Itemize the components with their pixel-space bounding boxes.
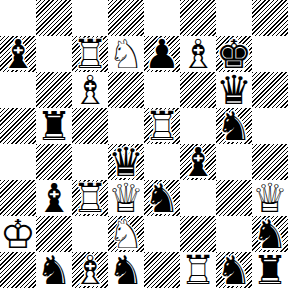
square-e5[interactable]: ♜︎♖︎ (144, 108, 180, 144)
square-e2[interactable] (144, 216, 180, 252)
piece-white-rook: ♖︎ (72, 36, 108, 72)
square-g4[interactable] (216, 144, 252, 180)
square-e3[interactable]: ♞︎♞︎ (144, 180, 180, 216)
square-a5[interactable] (0, 108, 36, 144)
square-b3[interactable]: ♝︎♝︎ (36, 180, 72, 216)
piece-halo: ♞︎ (108, 36, 144, 72)
square-g7[interactable]: ♚︎♚︎ (216, 36, 252, 72)
piece-halo: ♞︎ (108, 252, 144, 288)
piece-white-knight: ♘︎ (108, 36, 144, 72)
square-h4[interactable] (252, 144, 288, 180)
square-a8[interactable] (0, 0, 36, 36)
square-a2[interactable]: ♚︎♔︎ (0, 216, 36, 252)
square-b2[interactable] (36, 216, 72, 252)
piece-white-bishop: ♗︎ (72, 252, 108, 288)
square-f4[interactable]: ♝︎♝︎ (180, 144, 216, 180)
square-g8[interactable] (216, 0, 252, 36)
square-a7[interactable]: ♝︎♝︎ (0, 36, 36, 72)
square-h7[interactable] (252, 36, 288, 72)
square-d4[interactable]: ♛︎♛︎ (108, 144, 144, 180)
piece-black-rook: ♜︎ (36, 108, 72, 144)
piece-halo: ♛︎ (252, 180, 288, 216)
square-f1[interactable]: ♜︎♖︎ (180, 252, 216, 288)
piece-halo: ♜︎ (180, 252, 216, 288)
square-h6[interactable] (252, 72, 288, 108)
square-a1[interactable] (0, 252, 36, 288)
square-c8[interactable] (72, 0, 108, 36)
piece-white-knight: ♘︎ (108, 216, 144, 252)
piece-halo: ♞︎ (36, 252, 72, 288)
square-f2[interactable] (180, 216, 216, 252)
square-b4[interactable] (36, 144, 72, 180)
piece-black-knight: ♞︎ (36, 252, 72, 288)
piece-black-queen: ♛︎ (216, 72, 252, 108)
piece-white-rook: ♖︎ (144, 108, 180, 144)
piece-white-rook: ♖︎ (72, 180, 108, 216)
square-d5[interactable] (108, 108, 144, 144)
piece-black-bishop: ♝︎ (0, 36, 36, 72)
piece-halo: ♜︎ (72, 36, 108, 72)
square-b8[interactable] (36, 0, 72, 36)
chess-board: ♝︎♝︎♜︎♖︎♞︎♘︎♟︎♟︎♝︎♗︎♚︎♚︎♝︎♗︎♛︎♛︎♜︎♜︎♜︎♖︎… (0, 0, 288, 288)
square-g1[interactable]: ♞︎♞︎ (216, 252, 252, 288)
square-d7[interactable]: ♞︎♘︎ (108, 36, 144, 72)
square-d3[interactable]: ♛︎♕︎ (108, 180, 144, 216)
piece-white-queen: ♕︎ (252, 180, 288, 216)
piece-halo: ♛︎ (108, 144, 144, 180)
piece-white-queen: ♕︎ (108, 180, 144, 216)
square-g3[interactable] (216, 180, 252, 216)
piece-halo: ♟︎ (144, 36, 180, 72)
square-a4[interactable] (0, 144, 36, 180)
square-h3[interactable]: ♛︎♕︎ (252, 180, 288, 216)
piece-black-knight: ♞︎ (252, 216, 288, 252)
square-f7[interactable]: ♝︎♗︎ (180, 36, 216, 72)
square-d6[interactable] (108, 72, 144, 108)
piece-black-knight: ♞︎ (216, 108, 252, 144)
square-c3[interactable]: ♜︎♖︎ (72, 180, 108, 216)
piece-black-knight: ♞︎ (216, 252, 252, 288)
square-d2[interactable]: ♞︎♘︎ (108, 216, 144, 252)
piece-black-queen: ♛︎ (108, 144, 144, 180)
square-c6[interactable]: ♝︎♗︎ (72, 72, 108, 108)
square-e8[interactable] (144, 0, 180, 36)
square-e4[interactable] (144, 144, 180, 180)
piece-halo: ♞︎ (252, 216, 288, 252)
piece-halo: ♜︎ (36, 108, 72, 144)
piece-white-king: ♔︎ (0, 216, 36, 252)
piece-halo: ♚︎ (216, 36, 252, 72)
piece-halo: ♞︎ (108, 216, 144, 252)
piece-halo: ♝︎ (180, 144, 216, 180)
square-b7[interactable] (36, 36, 72, 72)
piece-halo: ♞︎ (216, 108, 252, 144)
piece-halo: ♜︎ (144, 108, 180, 144)
piece-halo: ♝︎ (72, 72, 108, 108)
square-c7[interactable]: ♜︎♖︎ (72, 36, 108, 72)
piece-halo: ♝︎ (0, 36, 36, 72)
square-b5[interactable]: ♜︎♜︎ (36, 108, 72, 144)
piece-black-king: ♚︎ (216, 36, 252, 72)
piece-halo: ♞︎ (144, 180, 180, 216)
square-a6[interactable] (0, 72, 36, 108)
piece-halo: ♚︎ (0, 216, 36, 252)
piece-halo: ♛︎ (108, 180, 144, 216)
piece-black-knight: ♞︎ (144, 180, 180, 216)
square-a3[interactable] (0, 180, 36, 216)
piece-halo: ♝︎ (180, 36, 216, 72)
piece-white-rook: ♖︎ (180, 252, 216, 288)
square-c1[interactable]: ♝︎♗︎ (72, 252, 108, 288)
piece-black-knight: ♞︎ (108, 252, 144, 288)
square-f6[interactable] (180, 72, 216, 108)
piece-halo: ♞︎ (216, 252, 252, 288)
piece-halo: ♝︎ (72, 252, 108, 288)
square-e1[interactable] (144, 252, 180, 288)
square-f3[interactable] (180, 180, 216, 216)
square-c4[interactable] (72, 144, 108, 180)
piece-white-bishop: ♗︎ (72, 72, 108, 108)
piece-black-bishop: ♝︎ (36, 180, 72, 216)
square-d1[interactable]: ♞︎♞︎ (108, 252, 144, 288)
square-f8[interactable] (180, 0, 216, 36)
piece-halo: ♜︎ (252, 252, 288, 288)
square-d8[interactable] (108, 0, 144, 36)
piece-halo: ♝︎ (36, 180, 72, 216)
piece-halo: ♛︎ (216, 72, 252, 108)
square-c2[interactable] (72, 216, 108, 252)
piece-black-pawn: ♟︎ (144, 36, 180, 72)
piece-black-rook: ♜︎ (252, 252, 288, 288)
square-b6[interactable] (36, 72, 72, 108)
square-g5[interactable]: ♞︎♞︎ (216, 108, 252, 144)
piece-white-bishop: ♗︎ (180, 36, 216, 72)
square-e7[interactable]: ♟︎♟︎ (144, 36, 180, 72)
piece-halo: ♜︎ (72, 180, 108, 216)
square-e6[interactable] (144, 72, 180, 108)
square-g2[interactable] (216, 216, 252, 252)
square-h2[interactable]: ♞︎♞︎ (252, 216, 288, 252)
square-h8[interactable] (252, 0, 288, 36)
square-b1[interactable]: ♞︎♞︎ (36, 252, 72, 288)
square-h5[interactable] (252, 108, 288, 144)
square-h1[interactable]: ♜︎♜︎ (252, 252, 288, 288)
square-g6[interactable]: ♛︎♛︎ (216, 72, 252, 108)
piece-black-bishop: ♝︎ (180, 144, 216, 180)
square-c5[interactable] (72, 108, 108, 144)
square-f5[interactable] (180, 108, 216, 144)
